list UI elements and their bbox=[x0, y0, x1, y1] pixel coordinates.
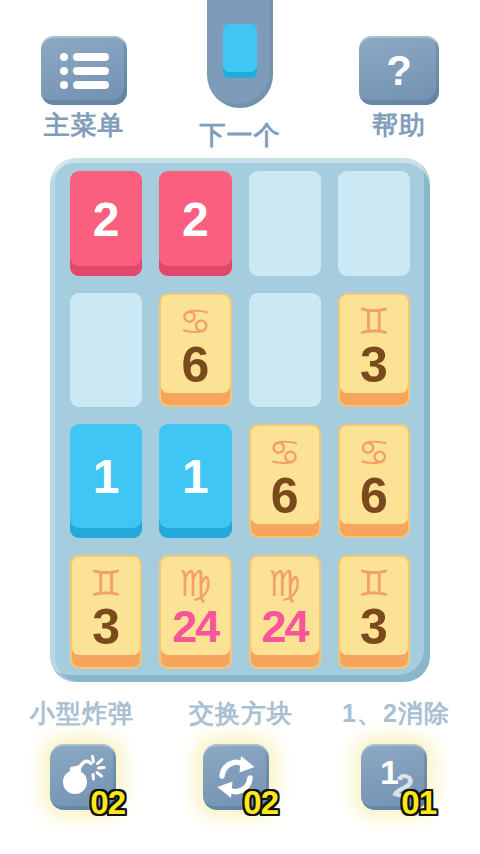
swap-powerup-label: 交换方块 bbox=[156, 697, 326, 730]
tile-24[interactable]: ♍24 bbox=[159, 555, 231, 669]
tile-value: 1 bbox=[182, 453, 209, 501]
bomb-count-badge: 02 bbox=[90, 786, 125, 819]
tile-2[interactable]: 2 bbox=[159, 171, 231, 276]
zodiac-symbol: ♊ bbox=[358, 303, 390, 341]
tile-1[interactable]: 1 bbox=[70, 424, 142, 538]
tile-value: 6 bbox=[181, 341, 209, 389]
tile-1[interactable]: 1 bbox=[159, 424, 231, 538]
help-label: 帮助 bbox=[329, 108, 469, 143]
tile-value: 3 bbox=[360, 341, 388, 389]
tile-2[interactable]: 2 bbox=[70, 171, 142, 276]
tile-6[interactable]: ♋6 bbox=[159, 293, 231, 407]
next-label: 下一个 bbox=[170, 118, 310, 153]
tile-value: 2 bbox=[182, 196, 209, 244]
zodiac-symbol: ♋ bbox=[268, 434, 300, 472]
board-cell-empty bbox=[249, 293, 321, 407]
zodiac-symbol: ♍ bbox=[268, 565, 300, 603]
zodiac-symbol: ♋ bbox=[358, 434, 390, 472]
board-grid: 22♋6♊311♋6♋6♊3♍24♍24♊3 bbox=[70, 171, 410, 669]
tile-value: 1 bbox=[93, 453, 120, 501]
tile-value: 3 bbox=[360, 603, 388, 651]
tile-value: 2 bbox=[93, 196, 120, 244]
next-tile-holder bbox=[207, 0, 273, 108]
zodiac-symbol: ♊ bbox=[90, 565, 122, 603]
one-two-clear-powerup-label: 1、2消除 bbox=[311, 697, 480, 730]
tile-value: 6 bbox=[360, 472, 388, 520]
tile-6[interactable]: ♋6 bbox=[338, 424, 410, 538]
next-tile-preview bbox=[223, 24, 257, 78]
board-cell-empty bbox=[70, 293, 142, 407]
tile-value: 6 bbox=[271, 472, 299, 520]
one-two-clear-powerup-button[interactable]: 1 2 01 bbox=[361, 744, 427, 810]
swap-powerup-button[interactable]: 02 bbox=[203, 744, 269, 810]
swap-count-badge: 02 bbox=[243, 786, 278, 819]
zodiac-symbol: ♋ bbox=[179, 303, 211, 341]
bomb-powerup-button[interactable]: 02 bbox=[50, 744, 116, 810]
one-two-count-badge: 01 bbox=[401, 786, 436, 819]
help-button[interactable]: ? bbox=[359, 36, 439, 105]
question-mark-icon: ? bbox=[386, 50, 412, 92]
tile-6[interactable]: ♋6 bbox=[249, 424, 321, 538]
game-board[interactable]: 22♋6♊311♋6♋6♊3♍24♍24♊3 bbox=[50, 158, 430, 682]
board-cell-empty bbox=[338, 171, 410, 276]
tile-24[interactable]: ♍24 bbox=[249, 555, 321, 669]
board-cell-empty bbox=[249, 171, 321, 276]
main-menu-label: 主菜单 bbox=[14, 108, 154, 143]
main-menu-button[interactable] bbox=[41, 36, 127, 105]
tile-value: 24 bbox=[172, 603, 218, 651]
bomb-powerup-label: 小型炸弹 bbox=[0, 697, 167, 730]
tile-3[interactable]: ♊3 bbox=[70, 555, 142, 669]
zodiac-symbol: ♍ bbox=[179, 565, 211, 603]
tile-3[interactable]: ♊3 bbox=[338, 555, 410, 669]
tile-value: 3 bbox=[92, 603, 120, 651]
tile-3[interactable]: ♊3 bbox=[338, 293, 410, 407]
tile-value: 24 bbox=[262, 603, 308, 651]
menu-list-icon bbox=[60, 53, 109, 89]
zodiac-symbol: ♊ bbox=[358, 565, 390, 603]
